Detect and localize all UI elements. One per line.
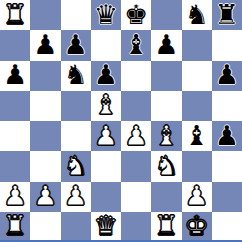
square-c1[interactable] <box>61 212 91 242</box>
square-b4[interactable] <box>30 121 60 151</box>
square-d7[interactable] <box>91 30 121 60</box>
piece-black-rook: ♜ <box>215 1 239 28</box>
square-e3[interactable] <box>121 151 151 181</box>
square-d8[interactable]: ♛ <box>91 0 121 30</box>
piece-black-queen: ♛ <box>94 1 118 28</box>
square-d6[interactable]: ♟ <box>91 61 121 91</box>
square-g7[interactable] <box>182 30 212 60</box>
square-e2[interactable] <box>121 182 151 212</box>
square-c3[interactable]: ♞ <box>61 151 91 181</box>
chess-board: ♜♛♚♞♜♟♟♝♟♟♞♟♟♝♟♟♝♝♟♞♞♟♟♟♟♜♛♜♚ <box>0 0 242 242</box>
piece-white-bishop: ♝ <box>154 122 178 149</box>
square-g5[interactable] <box>182 91 212 121</box>
piece-black-pawn: ♟ <box>33 31 57 58</box>
square-f7[interactable]: ♟ <box>151 30 181 60</box>
square-h5[interactable] <box>212 91 242 121</box>
square-h8[interactable]: ♜ <box>212 0 242 30</box>
piece-white-queen: ♛ <box>94 212 118 239</box>
piece-white-knight: ♞ <box>64 152 88 179</box>
square-d5[interactable]: ♝ <box>91 91 121 121</box>
piece-black-pawn: ♟ <box>215 61 239 88</box>
piece-black-king: ♚ <box>124 1 148 28</box>
square-f8[interactable] <box>151 0 181 30</box>
square-h3[interactable] <box>212 151 242 181</box>
square-h6[interactable]: ♟ <box>212 61 242 91</box>
square-d4[interactable]: ♟ <box>91 121 121 151</box>
square-h7[interactable] <box>212 30 242 60</box>
square-f3[interactable]: ♞ <box>151 151 181 181</box>
square-b6[interactable] <box>30 61 60 91</box>
square-b2[interactable]: ♟ <box>30 182 60 212</box>
square-d1[interactable]: ♛ <box>91 212 121 242</box>
square-g6[interactable] <box>182 61 212 91</box>
piece-black-bishop: ♝ <box>185 122 209 149</box>
square-a5[interactable] <box>0 91 30 121</box>
piece-white-king: ♚ <box>185 212 209 239</box>
square-f4[interactable]: ♝ <box>151 121 181 151</box>
square-h1[interactable] <box>212 212 242 242</box>
piece-white-pawn: ♟ <box>64 182 88 209</box>
square-a2[interactable]: ♟ <box>0 182 30 212</box>
piece-white-pawn: ♟ <box>94 122 118 149</box>
square-b1[interactable] <box>30 212 60 242</box>
square-f5[interactable] <box>151 91 181 121</box>
piece-white-rook: ♜ <box>154 212 178 239</box>
piece-black-pawn: ♟ <box>3 61 27 88</box>
piece-black-pawn: ♟ <box>215 122 239 149</box>
square-c7[interactable]: ♟ <box>61 30 91 60</box>
piece-white-rook: ♜ <box>3 1 27 28</box>
piece-black-pawn: ♟ <box>64 31 88 58</box>
square-f1[interactable]: ♜ <box>151 212 181 242</box>
square-g3[interactable] <box>182 151 212 181</box>
piece-white-knight: ♞ <box>154 152 178 179</box>
square-f6[interactable] <box>151 61 181 91</box>
piece-black-bishop: ♝ <box>124 31 148 58</box>
square-a7[interactable] <box>0 30 30 60</box>
square-a1[interactable]: ♜ <box>0 212 30 242</box>
square-g4[interactable]: ♝ <box>182 121 212 151</box>
piece-black-pawn: ♟ <box>94 61 118 88</box>
piece-white-pawn: ♟ <box>185 182 209 209</box>
square-g8[interactable]: ♞ <box>182 0 212 30</box>
piece-white-bishop: ♝ <box>94 91 118 118</box>
square-e4[interactable]: ♟ <box>121 121 151 151</box>
square-g1[interactable]: ♚ <box>182 212 212 242</box>
piece-white-pawn: ♟ <box>3 182 27 209</box>
square-b8[interactable] <box>30 0 60 30</box>
piece-black-pawn: ♟ <box>154 31 178 58</box>
piece-white-rook: ♜ <box>3 212 27 239</box>
square-e6[interactable] <box>121 61 151 91</box>
square-c5[interactable] <box>61 91 91 121</box>
square-a4[interactable] <box>0 121 30 151</box>
square-c2[interactable]: ♟ <box>61 182 91 212</box>
chess-board-window: ♜♛♚♞♜♟♟♝♟♟♞♟♟♝♟♟♝♝♟♞♞♟♟♟♟♜♛♜♚ <box>0 0 242 242</box>
square-b7[interactable]: ♟ <box>30 30 60 60</box>
square-c8[interactable] <box>61 0 91 30</box>
square-e1[interactable] <box>121 212 151 242</box>
piece-black-knight: ♞ <box>185 1 209 28</box>
square-c6[interactable]: ♞ <box>61 61 91 91</box>
square-c4[interactable] <box>61 121 91 151</box>
square-b3[interactable] <box>30 151 60 181</box>
square-d3[interactable] <box>91 151 121 181</box>
piece-white-pawn: ♟ <box>124 122 148 149</box>
piece-black-knight: ♞ <box>64 61 88 88</box>
square-b5[interactable] <box>30 91 60 121</box>
square-g2[interactable]: ♟ <box>182 182 212 212</box>
square-h2[interactable] <box>212 182 242 212</box>
square-e8[interactable]: ♚ <box>121 0 151 30</box>
square-a6[interactable]: ♟ <box>0 61 30 91</box>
square-a8[interactable]: ♜ <box>0 0 30 30</box>
square-a3[interactable] <box>0 151 30 181</box>
square-f2[interactable] <box>151 182 181 212</box>
square-d2[interactable] <box>91 182 121 212</box>
square-e5[interactable] <box>121 91 151 121</box>
piece-white-pawn: ♟ <box>33 182 57 209</box>
square-h4[interactable]: ♟ <box>212 121 242 151</box>
square-e7[interactable]: ♝ <box>121 30 151 60</box>
